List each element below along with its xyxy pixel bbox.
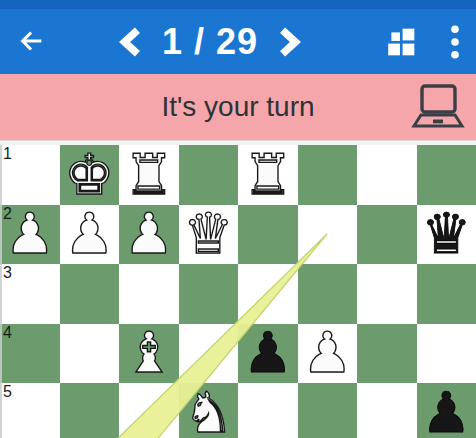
arrow-left-icon (17, 26, 47, 56)
square-g5[interactable] (60, 383, 120, 438)
square-d4[interactable]: ♟ (238, 324, 298, 384)
rank-label-5: 5 (3, 383, 12, 401)
piece-wR-d1[interactable]: ♜ (238, 145, 298, 205)
dashboard-grid-icon (385, 26, 417, 58)
turn-banner: It's your turn (0, 74, 476, 140)
previous-puzzle-button[interactable] (116, 26, 146, 58)
board-left-edge (0, 145, 2, 438)
rank-label-2: 2 (3, 205, 12, 223)
chevron-left-icon (118, 27, 144, 57)
square-d5[interactable] (238, 383, 298, 438)
square-a3[interactable] (417, 264, 476, 324)
puzzle-counter: 1 / 29 (162, 9, 258, 74)
chevron-right-icon (276, 27, 302, 57)
rank-label-1: 1 (3, 145, 12, 163)
piece-wR-f1[interactable]: ♜ (119, 145, 179, 205)
turn-banner-text: It's your turn (161, 91, 314, 123)
square-f3[interactable] (119, 264, 179, 324)
piece-wP-c4[interactable]: ♟ (298, 324, 358, 384)
computer-laptop-icon (409, 83, 467, 133)
square-e1[interactable] (179, 145, 239, 205)
square-d2[interactable] (238, 205, 298, 265)
square-h1[interactable]: 1 (0, 145, 60, 205)
square-b1[interactable] (357, 145, 417, 205)
square-c2[interactable] (298, 205, 358, 265)
square-f4[interactable]: ♝ (119, 324, 179, 384)
square-a5[interactable]: ♟ (417, 383, 476, 438)
piece-wP-f2[interactable]: ♟ (119, 205, 179, 265)
square-h3[interactable]: 3 (0, 264, 60, 324)
piece-wB-f4[interactable]: ♝ (119, 324, 179, 384)
square-b4[interactable] (357, 324, 417, 384)
overflow-menu-button[interactable] (442, 24, 468, 60)
square-b3[interactable] (357, 264, 417, 324)
square-g2[interactable]: ♟ (60, 205, 120, 265)
back-button[interactable] (14, 23, 50, 59)
square-c5[interactable] (298, 383, 358, 438)
piece-bP-a5[interactable]: ♟ (417, 383, 476, 438)
piece-wP-g2[interactable]: ♟ (60, 205, 120, 265)
rank-label-3: 3 (3, 264, 12, 282)
square-a2[interactable]: ♛ (417, 205, 476, 265)
piece-wK-g1[interactable]: ♚ (60, 145, 120, 205)
square-e5[interactable]: ♞ (179, 383, 239, 438)
square-a1[interactable] (417, 145, 476, 205)
next-puzzle-button[interactable] (274, 26, 304, 58)
square-a4[interactable] (417, 324, 476, 384)
square-e2[interactable]: ♛ (179, 205, 239, 265)
square-b5[interactable] (357, 383, 417, 438)
square-g4[interactable] (60, 324, 120, 384)
square-h2[interactable]: 2♟ (0, 205, 60, 265)
piece-bP-d4[interactable]: ♟ (238, 324, 298, 384)
square-h5[interactable]: 5 (0, 383, 60, 438)
square-c4[interactable]: ♟ (298, 324, 358, 384)
status-bar (0, 0, 476, 9)
rank-label-4: 4 (3, 324, 12, 342)
square-f2[interactable]: ♟ (119, 205, 179, 265)
piece-wQ-e2[interactable]: ♛ (179, 205, 239, 265)
square-g3[interactable] (60, 264, 120, 324)
square-f1[interactable]: ♜ (119, 145, 179, 205)
piece-wN-e5[interactable]: ♞ (179, 383, 239, 438)
app-bar: 1 / 29 (0, 9, 476, 74)
square-c1[interactable] (298, 145, 358, 205)
square-e4[interactable] (179, 324, 239, 384)
square-e3[interactable] (179, 264, 239, 324)
piece-bQ-a2[interactable]: ♛ (417, 205, 476, 265)
square-d3[interactable] (238, 264, 298, 324)
vertical-dots-icon (449, 25, 461, 59)
chess-board: 1♚♜♜2♟♟♟♛♛34♝♟♟5♞♟ (0, 145, 476, 438)
square-f5[interactable] (119, 383, 179, 438)
board-grid: 1♚♜♜2♟♟♟♛♛34♝♟♟5♞♟ (0, 145, 476, 438)
square-d1[interactable]: ♜ (238, 145, 298, 205)
square-c3[interactable] (298, 264, 358, 324)
app-screen: 1 / 29 It's your turn (0, 0, 476, 438)
square-h4[interactable]: 4 (0, 324, 60, 384)
square-g1[interactable]: ♚ (60, 145, 120, 205)
square-b2[interactable] (357, 205, 417, 265)
puzzle-list-grid-button[interactable] (384, 25, 418, 59)
puzzle-navigation: 1 / 29 (116, 9, 304, 74)
